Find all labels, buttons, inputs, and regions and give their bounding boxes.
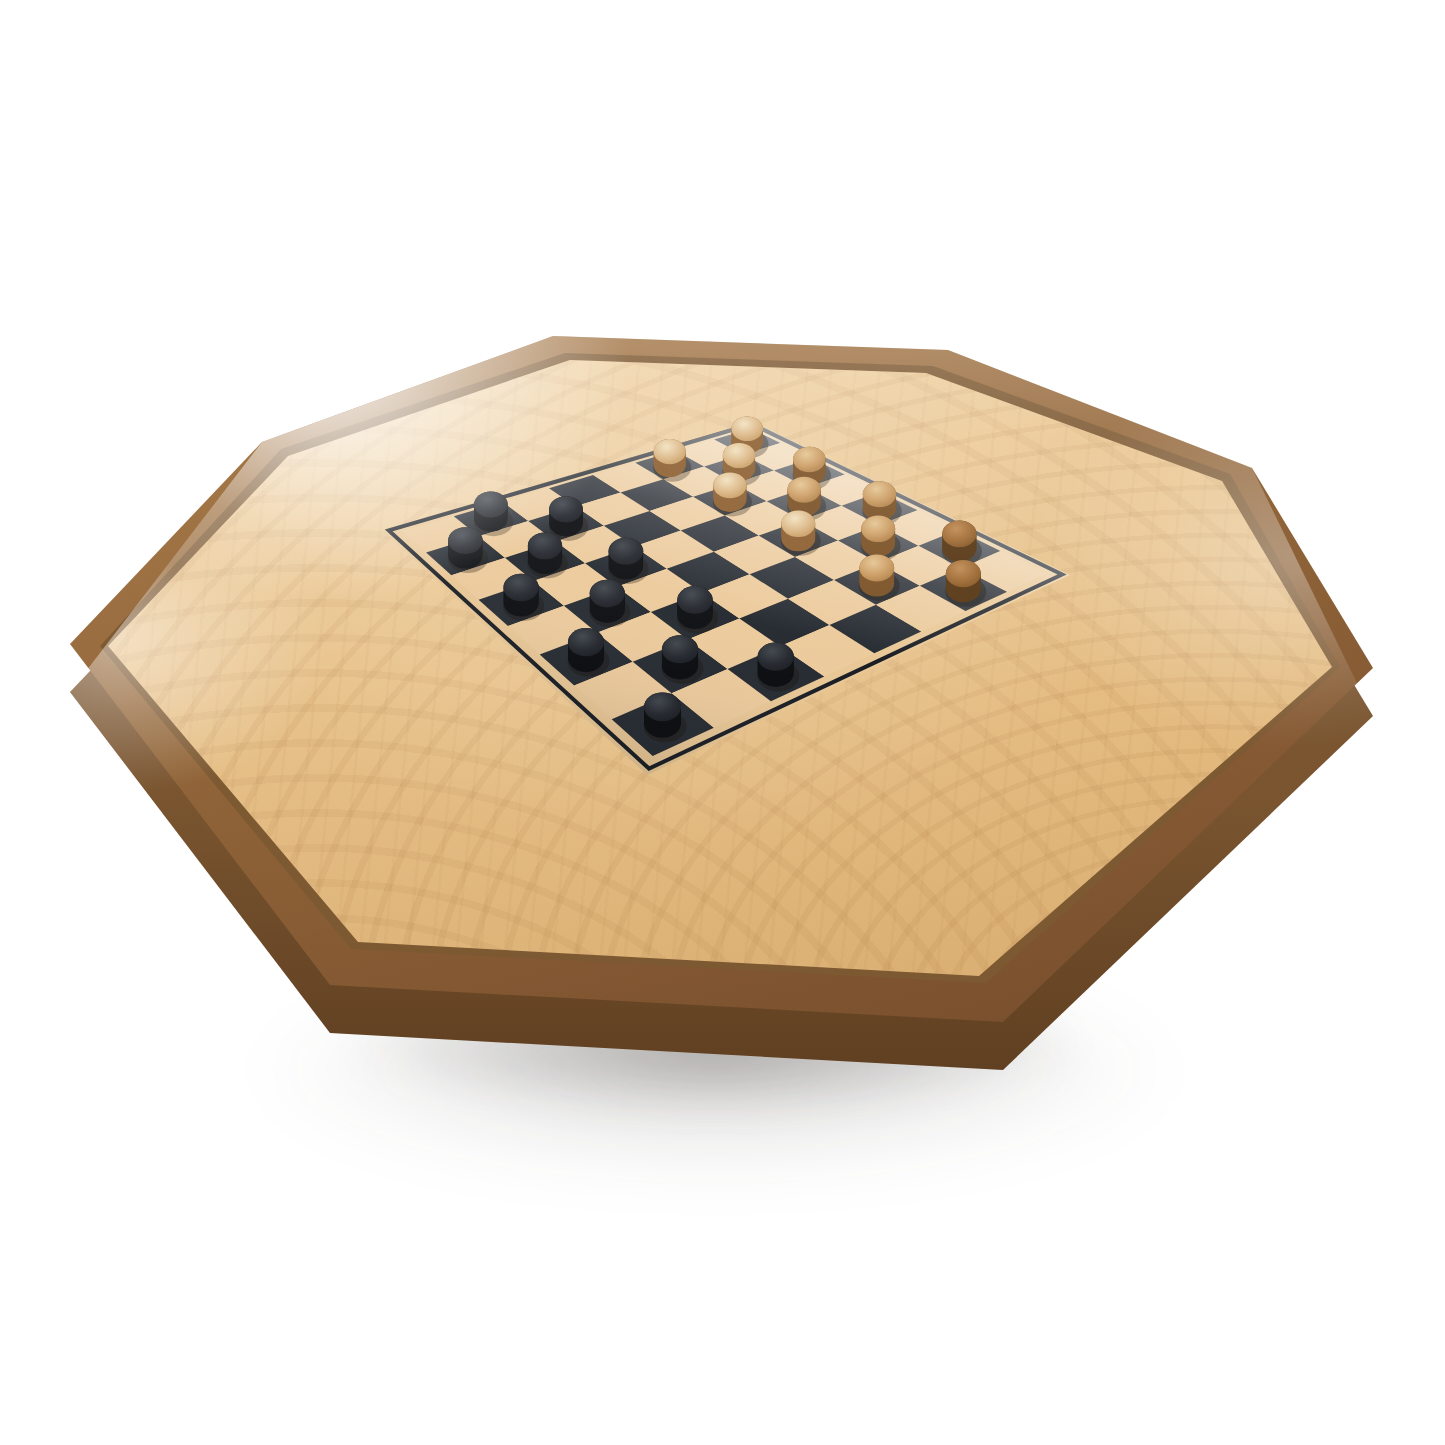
piece-top: [654, 439, 686, 464]
piece-top: [758, 643, 794, 671]
piece-top: [549, 496, 583, 522]
checker-piece-light[interactable]: [942, 521, 982, 566]
piece-top: [863, 481, 896, 507]
piece-top: [859, 554, 894, 581]
checkers-board: [0, 0, 1445, 1445]
piece-top: [448, 527, 482, 554]
piece-top: [942, 521, 976, 548]
photo-scene: [0, 0, 1445, 1445]
piece-top: [788, 477, 821, 503]
piece-top: [662, 635, 698, 663]
piece-top: [713, 473, 746, 499]
piece-top: [793, 447, 825, 472]
piece-top: [946, 560, 981, 587]
piece-top: [781, 511, 815, 537]
piece-top: [731, 417, 763, 442]
piece-top: [861, 516, 895, 543]
piece-top: [528, 533, 562, 560]
piece-top: [723, 443, 755, 468]
piece-top: [568, 628, 604, 656]
piece-top: [590, 580, 625, 608]
piece-top: [609, 538, 644, 565]
piece-top: [644, 693, 681, 722]
piece-top: [474, 492, 508, 518]
piece-top: [503, 574, 538, 601]
piece-top: [677, 586, 712, 614]
